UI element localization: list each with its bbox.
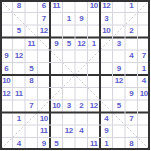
cell-r10c10[interactable] (113, 113, 126, 126)
cell-r10c2[interactable]: 1 (13, 113, 26, 126)
cell-r5c10[interactable] (113, 50, 126, 63)
cell-r10c12[interactable] (138, 113, 151, 126)
cell-r11c12[interactable] (138, 125, 151, 138)
cell-r2c9[interactable]: 3 (100, 13, 113, 26)
cell-r10c1[interactable] (0, 113, 13, 126)
cell-r4c4[interactable] (38, 38, 51, 51)
cell-r3c8[interactable] (88, 25, 101, 38)
cell-r8c4[interactable] (38, 88, 51, 101)
cell-r6c1[interactable]: 6 (0, 63, 13, 76)
cell-r6c9[interactable] (100, 63, 113, 76)
cell-r6c7[interactable] (75, 63, 88, 76)
cell-r12c12[interactable] (138, 138, 151, 151)
cell-r1c7[interactable] (75, 0, 88, 13)
cell-r12c3[interactable] (25, 138, 38, 151)
cell-r10c11[interactable]: 7 (125, 113, 138, 126)
cell-r3c3[interactable] (25, 25, 38, 38)
cell-r12c9[interactable]: 1 (100, 138, 113, 151)
cell-r12c10[interactable] (113, 138, 126, 151)
cell-r8c3[interactable] (25, 88, 38, 101)
cell-r4c10[interactable]: 3 (113, 38, 126, 51)
cell-r6c5[interactable] (50, 63, 63, 76)
cell-r3c6[interactable] (63, 25, 76, 38)
cell-r1c6[interactable] (63, 0, 76, 13)
cell-r1c11[interactable]: 1 (125, 0, 138, 13)
cell-r11c6[interactable]: 12 (63, 125, 76, 138)
cell-r6c11[interactable] (125, 63, 138, 76)
cell-r8c8[interactable] (88, 88, 101, 101)
cell-r7c6[interactable] (63, 75, 76, 88)
cell-r1c2[interactable]: 8 (13, 0, 26, 13)
cell-r4c12[interactable] (138, 38, 151, 51)
cell-r2c12[interactable] (138, 13, 151, 26)
cell-r10c3[interactable] (25, 113, 38, 126)
cell-r9c2[interactable] (13, 100, 26, 113)
cell-r5c5[interactable] (50, 50, 63, 63)
cell-r3c12[interactable] (138, 25, 151, 38)
cell-r12c1[interactable] (0, 138, 13, 151)
cell-r3c9[interactable]: 10 (100, 25, 113, 38)
cell-r7c4[interactable] (38, 75, 51, 88)
cell-r2c6[interactable]: 1 (63, 13, 76, 26)
cell-r1c8[interactable]: 10 (88, 0, 101, 13)
cell-r5c2[interactable]: 12 (13, 50, 26, 63)
cell-r10c9[interactable]: 4 (100, 113, 113, 126)
cell-r4c7[interactable]: 12 (75, 38, 88, 51)
cell-r7c12[interactable]: 4 (138, 75, 151, 88)
cell-r11c10[interactable] (113, 125, 126, 138)
cell-r1c1[interactable] (0, 0, 13, 13)
cell-r11c1[interactable] (0, 125, 13, 138)
cell-r9c4[interactable] (38, 100, 51, 113)
cell-r3c5[interactable] (50, 25, 63, 38)
cell-r10c7[interactable] (75, 113, 88, 126)
cell-r8c9[interactable] (100, 88, 113, 101)
cell-r4c11[interactable] (125, 38, 138, 51)
cell-r6c3[interactable]: 5 (25, 63, 38, 76)
cell-r4c2[interactable] (13, 38, 26, 51)
cell-r5c4[interactable] (38, 50, 51, 63)
cell-r1c12[interactable] (138, 0, 151, 13)
cell-r7c3[interactable]: 8 (25, 75, 38, 88)
cell-r9c5[interactable]: 10 (50, 100, 63, 113)
sudoku-board: 8611101217193512102119512139124765911081… (0, 0, 150, 150)
cell-r1c9[interactable]: 12 (100, 0, 113, 13)
cell-r12c7[interactable] (75, 138, 88, 151)
cell-r4c8[interactable]: 1 (88, 38, 101, 51)
cell-r8c6[interactable] (63, 88, 76, 101)
cell-r9c7[interactable]: 2 (75, 100, 88, 113)
cell-r9c8[interactable]: 12 (88, 100, 101, 113)
cell-r7c1[interactable]: 10 (0, 75, 13, 88)
cell-r2c5[interactable] (50, 13, 63, 26)
cell-r7c11[interactable] (125, 75, 138, 88)
cell-r9c10[interactable]: 5 (113, 100, 126, 113)
cell-r5c3[interactable] (25, 50, 38, 63)
cell-r8c2[interactable]: 11 (13, 88, 26, 101)
cell-r3c7[interactable] (75, 25, 88, 38)
cell-r4c6[interactable]: 5 (63, 38, 76, 51)
cell-r12c8[interactable]: 11 (88, 138, 101, 151)
cell-r8c5[interactable] (50, 88, 63, 101)
cell-r4c5[interactable]: 9 (50, 38, 63, 51)
cell-r2c2[interactable] (13, 13, 26, 26)
cell-r1c10[interactable] (113, 0, 126, 13)
cell-r5c9[interactable] (100, 50, 113, 63)
cell-r8c11[interactable]: 9 (125, 88, 138, 101)
cell-r8c10[interactable] (113, 88, 126, 101)
board-grid: 8611101217193512102119512139124765911081… (0, 0, 150, 150)
cell-r11c7[interactable]: 4 (75, 125, 88, 138)
cell-r9c12[interactable] (138, 100, 151, 113)
cell-r10c6[interactable] (63, 113, 76, 126)
cell-r5c6[interactable] (63, 50, 76, 63)
cell-r11c11[interactable] (125, 125, 138, 138)
cell-r6c4[interactable] (38, 63, 51, 76)
cell-r2c7[interactable]: 9 (75, 13, 88, 26)
cell-r12c6[interactable] (63, 138, 76, 151)
cell-r8c7[interactable] (75, 88, 88, 101)
cell-r11c8[interactable] (88, 125, 101, 138)
cell-r4c9[interactable] (100, 38, 113, 51)
cell-r9c9[interactable] (100, 100, 113, 113)
cell-r11c4[interactable]: 11 (38, 125, 51, 138)
cell-r9c3[interactable]: 7 (25, 100, 38, 113)
cell-r1c4[interactable]: 6 (38, 0, 51, 13)
cell-r6c10[interactable]: 9 (113, 63, 126, 76)
cell-r1c3[interactable] (25, 0, 38, 13)
cell-r8c1[interactable]: 12 (0, 88, 13, 101)
cell-r7c5[interactable] (50, 75, 63, 88)
cell-r11c2[interactable] (13, 125, 26, 138)
cell-r7c8[interactable] (88, 75, 101, 88)
cell-r12c11[interactable]: 8 (125, 138, 138, 151)
cell-r4c1[interactable] (0, 38, 13, 51)
cell-r2c8[interactable] (88, 13, 101, 26)
cell-r2c11[interactable] (125, 13, 138, 26)
cell-r3c1[interactable] (0, 25, 13, 38)
cell-r10c8[interactable] (88, 113, 101, 126)
cell-r12c5[interactable]: 5 (50, 138, 63, 151)
cell-r9c11[interactable] (125, 100, 138, 113)
cell-r1c5[interactable]: 11 (50, 0, 63, 13)
cell-r10c5[interactable] (50, 113, 63, 126)
cell-r5c12[interactable]: 7 (138, 50, 151, 63)
cell-r9c1[interactable] (0, 100, 13, 113)
cell-r2c10[interactable] (113, 13, 126, 26)
cell-r6c2[interactable] (13, 63, 26, 76)
cell-r6c8[interactable] (88, 63, 101, 76)
cell-r7c2[interactable] (13, 75, 26, 88)
cell-r7c9[interactable] (100, 75, 113, 88)
cell-r12c2[interactable]: 4 (13, 138, 26, 151)
cell-r6c6[interactable] (63, 63, 76, 76)
cell-r2c4[interactable]: 7 (38, 13, 51, 26)
cell-r5c11[interactable]: 4 (125, 50, 138, 63)
cell-r9c6[interactable]: 3 (63, 100, 76, 113)
cell-r3c4[interactable]: 12 (38, 25, 51, 38)
cell-r7c7[interactable] (75, 75, 88, 88)
cell-r3c10[interactable] (113, 25, 126, 38)
cell-r10c4[interactable]: 10 (38, 113, 51, 126)
cell-r11c9[interactable]: 9 (100, 125, 113, 138)
cell-r5c1[interactable]: 9 (0, 50, 13, 63)
cell-r3c2[interactable]: 5 (13, 25, 26, 38)
cell-r3c11[interactable]: 2 (125, 25, 138, 38)
cell-r5c8[interactable] (88, 50, 101, 63)
cell-r8c12[interactable]: 10 (138, 88, 151, 101)
cell-r2c1[interactable] (0, 13, 13, 26)
cell-r2c3[interactable] (25, 13, 38, 26)
cell-r12c4[interactable]: 9 (38, 138, 51, 151)
cell-r11c3[interactable] (25, 125, 38, 138)
cell-r5c7[interactable] (75, 50, 88, 63)
cell-r11c5[interactable] (50, 125, 63, 138)
cell-r4c3[interactable]: 11 (25, 38, 38, 51)
cell-r6c12[interactable]: 1 (138, 63, 151, 76)
cell-r7c10[interactable]: 12 (113, 75, 126, 88)
